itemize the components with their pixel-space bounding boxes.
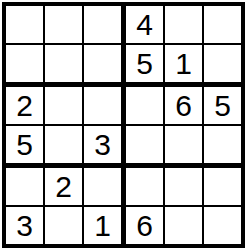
cell-r6c5-empty[interactable] (165, 207, 204, 244)
cell-r3c4-empty[interactable] (126, 87, 165, 126)
page: 451265532316 (0, 0, 246, 250)
cell-r3c1-given-2[interactable]: 2 (6, 87, 45, 126)
cell-r6c2-empty[interactable] (45, 207, 84, 244)
cell-r6c4-given-6[interactable]: 6 (126, 207, 165, 244)
cell-r3c3-empty[interactable] (84, 87, 126, 126)
cell-r5c6-empty[interactable] (204, 168, 241, 207)
cell-r2c4-given-5[interactable]: 5 (126, 45, 165, 87)
cell-r5c3-empty[interactable] (84, 168, 126, 207)
cell-r4c1-given-5[interactable]: 5 (6, 126, 45, 168)
cell-r5c5-empty[interactable] (165, 168, 204, 207)
cell-r1c2-empty[interactable] (45, 6, 84, 45)
cell-r2c1-empty[interactable] (6, 45, 45, 87)
cell-r4c5-empty[interactable] (165, 126, 204, 168)
cell-r6c1-given-3[interactable]: 3 (6, 207, 45, 244)
cell-r4c3-given-3[interactable]: 3 (84, 126, 126, 168)
cell-r5c2-given-2[interactable]: 2 (45, 168, 84, 207)
cell-r5c4-empty[interactable] (126, 168, 165, 207)
cell-r1c5-empty[interactable] (165, 6, 204, 45)
cell-r4c2-empty[interactable] (45, 126, 84, 168)
cell-r6c6-empty[interactable] (204, 207, 241, 244)
cell-r2c6-empty[interactable] (204, 45, 241, 87)
cell-r3c5-given-6[interactable]: 6 (165, 87, 204, 126)
cell-r6c3-given-1[interactable]: 1 (84, 207, 126, 244)
cell-r1c4-given-4[interactable]: 4 (126, 6, 165, 45)
sudoku-board: 451265532316 (2, 2, 245, 248)
cell-r2c3-empty[interactable] (84, 45, 126, 87)
cell-r3c2-empty[interactable] (45, 87, 84, 126)
cell-r4c6-empty[interactable] (204, 126, 241, 168)
cell-r2c5-given-1[interactable]: 1 (165, 45, 204, 87)
cell-r1c6-empty[interactable] (204, 6, 241, 45)
cell-r2c2-empty[interactable] (45, 45, 84, 87)
cell-r1c3-empty[interactable] (84, 6, 126, 45)
cell-r5c1-empty[interactable] (6, 168, 45, 207)
cell-r3c6-given-5[interactable]: 5 (204, 87, 241, 126)
cell-r1c1-empty[interactable] (6, 6, 45, 45)
cell-r4c4-empty[interactable] (126, 126, 165, 168)
